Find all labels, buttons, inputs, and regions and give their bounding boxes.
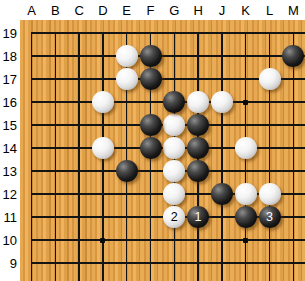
hoshi-point: [100, 238, 105, 243]
black-stone: [116, 160, 138, 182]
move-number-label: 1: [195, 210, 202, 223]
hoshi-point: [243, 100, 248, 105]
white-stone: [116, 45, 138, 67]
column-labels-strip: ABCDEFGHJKLM: [0, 0, 305, 20]
column-label-L: L: [261, 3, 279, 18]
grid-line-horizontal: [31, 32, 305, 33]
black-stone: 3: [259, 206, 281, 228]
row-label-15: 15: [0, 118, 17, 133]
row-label-16: 16: [0, 95, 17, 110]
row-label-10: 10: [0, 233, 17, 248]
grid-line-horizontal: [31, 55, 305, 56]
row-label-14: 14: [0, 141, 17, 156]
row-label-13: 13: [0, 164, 17, 179]
white-stone: [163, 114, 185, 136]
black-stone: [187, 160, 209, 182]
black-stone: [187, 137, 209, 159]
row-label-17: 17: [0, 72, 17, 87]
white-stone: [259, 68, 281, 90]
white-stone: [92, 91, 114, 113]
grid-line-vertical: [293, 32, 294, 281]
black-stone: 1: [187, 206, 209, 228]
grid-line-horizontal: [31, 239, 305, 240]
white-stone: 2: [163, 206, 185, 228]
column-label-B: B: [46, 3, 64, 18]
column-label-F: F: [142, 3, 160, 18]
row-labels-strip: 191817161514131211109: [0, 0, 20, 281]
black-stone: [140, 68, 162, 90]
white-stone: [259, 183, 281, 205]
black-stone: [211, 183, 233, 205]
black-stone: [140, 137, 162, 159]
column-label-E: E: [118, 3, 136, 18]
row-label-12: 12: [0, 187, 17, 202]
white-stone: [211, 91, 233, 113]
black-stone: [235, 206, 257, 228]
grid-line-horizontal: [31, 262, 305, 263]
white-stone: [187, 91, 209, 113]
go-board-screenshot: 213 ABCDEFGHJKLM 191817161514131211109: [0, 0, 305, 281]
black-stone: [282, 45, 304, 67]
goban-board-surface[interactable]: 213: [0, 0, 305, 281]
column-label-H: H: [189, 3, 207, 18]
grid-line-vertical: [221, 32, 222, 281]
column-label-D: D: [94, 3, 112, 18]
column-label-K: K: [237, 3, 255, 18]
grid-line-vertical: [55, 32, 56, 281]
grid-line-vertical: [31, 32, 32, 281]
column-label-J: J: [213, 3, 231, 18]
move-number-label: 2: [171, 210, 178, 223]
white-stone: [92, 137, 114, 159]
black-stone: [163, 91, 185, 113]
white-stone: [235, 137, 257, 159]
hoshi-point: [243, 238, 248, 243]
black-stone: [140, 45, 162, 67]
column-label-A: A: [23, 3, 41, 18]
row-label-19: 19: [0, 26, 17, 41]
white-stone: [235, 183, 257, 205]
row-label-11: 11: [0, 210, 17, 225]
move-number-label: 3: [266, 210, 273, 223]
grid-line-vertical: [78, 32, 79, 281]
black-stone: [187, 114, 209, 136]
column-label-M: M: [284, 3, 302, 18]
white-stone: [163, 137, 185, 159]
white-stone: [163, 160, 185, 182]
black-stone: [140, 114, 162, 136]
white-stone: [116, 68, 138, 90]
row-label-18: 18: [0, 49, 17, 64]
row-label-9: 9: [0, 256, 17, 271]
column-label-C: C: [70, 3, 88, 18]
column-label-G: G: [165, 3, 183, 18]
white-stone: [163, 183, 185, 205]
